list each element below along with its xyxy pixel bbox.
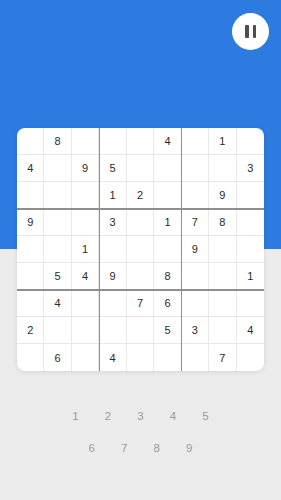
numpad-button-5[interactable]: 5 bbox=[195, 406, 216, 425]
pause-bar bbox=[253, 25, 257, 38]
sudoku-cell-r8c1[interactable]: 2 bbox=[17, 317, 44, 344]
sudoku-cell-r1c5[interactable] bbox=[127, 128, 154, 155]
sudoku-cell-r6c8[interactable] bbox=[209, 263, 236, 290]
sudoku-cell-r7c8[interactable] bbox=[209, 290, 236, 317]
sudoku-cell-r8c5[interactable] bbox=[127, 317, 154, 344]
sudoku-cell-r1c6[interactable]: 4 bbox=[154, 128, 181, 155]
sudoku-cell-r9c4[interactable]: 4 bbox=[99, 344, 126, 371]
sudoku-cell-r2c5[interactable] bbox=[127, 155, 154, 182]
sudoku-cell-r4c6[interactable]: 1 bbox=[154, 209, 181, 236]
sudoku-cell-r9c2[interactable]: 6 bbox=[44, 344, 71, 371]
sudoku-cell-r1c8[interactable]: 1 bbox=[209, 128, 236, 155]
sudoku-cell-r1c2[interactable]: 8 bbox=[44, 128, 71, 155]
sudoku-cell-r8c4[interactable] bbox=[99, 317, 126, 344]
sudoku-cell-r1c4[interactable] bbox=[99, 128, 126, 155]
sudoku-cell-r7c1[interactable] bbox=[17, 290, 44, 317]
number-pad-row-2: 6789 bbox=[0, 438, 281, 457]
numpad-button-1[interactable]: 1 bbox=[65, 406, 86, 425]
numpad-button-4[interactable]: 4 bbox=[163, 406, 184, 425]
sudoku-cell-r3c8[interactable]: 9 bbox=[209, 182, 236, 209]
sudoku-cell-r5c6[interactable] bbox=[154, 236, 181, 263]
sudoku-cell-r7c2[interactable]: 4 bbox=[44, 290, 71, 317]
sudoku-cell-r7c6[interactable]: 6 bbox=[154, 290, 181, 317]
numpad-button-3[interactable]: 3 bbox=[130, 406, 151, 425]
sudoku-cell-r2c8[interactable] bbox=[209, 155, 236, 182]
sudoku-cell-r1c1[interactable] bbox=[17, 128, 44, 155]
sudoku-cell-r4c4[interactable]: 3 bbox=[99, 209, 126, 236]
number-pad: 12345 6789 bbox=[0, 406, 281, 457]
pause-icon bbox=[245, 25, 256, 38]
app-screen: 84149531299317819549814762534647 12345 6… bbox=[0, 0, 281, 500]
sudoku-cell-r5c9[interactable] bbox=[237, 236, 264, 263]
sudoku-cell-r7c5[interactable]: 7 bbox=[127, 290, 154, 317]
sudoku-cell-r4c8[interactable]: 8 bbox=[209, 209, 236, 236]
sudoku-cell-r6c6[interactable]: 8 bbox=[154, 263, 181, 290]
sudoku-cell-r8c6[interactable]: 5 bbox=[154, 317, 181, 344]
sudoku-cell-r9c1[interactable] bbox=[17, 344, 44, 371]
sudoku-cell-r5c4[interactable] bbox=[99, 236, 126, 263]
sudoku-cell-r2c2[interactable] bbox=[44, 155, 71, 182]
sudoku-cell-r3c1[interactable] bbox=[17, 182, 44, 209]
sudoku-cell-r4c5[interactable] bbox=[127, 209, 154, 236]
numpad-button-7[interactable]: 7 bbox=[114, 438, 135, 457]
sudoku-cell-r5c1[interactable] bbox=[17, 236, 44, 263]
sudoku-cell-r8c7[interactable]: 3 bbox=[182, 317, 209, 344]
sudoku-cell-r3c9[interactable] bbox=[237, 182, 264, 209]
numpad-button-9[interactable]: 9 bbox=[179, 438, 200, 457]
sudoku-cell-r2c9[interactable]: 3 bbox=[237, 155, 264, 182]
sudoku-grid: 84149531299317819549814762534647 bbox=[17, 128, 264, 371]
sudoku-cell-r6c5[interactable] bbox=[127, 263, 154, 290]
sudoku-cell-r3c3[interactable] bbox=[72, 182, 99, 209]
numpad-button-6[interactable]: 6 bbox=[81, 438, 102, 457]
sudoku-cell-r3c2[interactable] bbox=[44, 182, 71, 209]
sudoku-cell-r9c9[interactable] bbox=[237, 344, 264, 371]
sudoku-cell-r1c9[interactable] bbox=[237, 128, 264, 155]
sudoku-cell-r8c3[interactable] bbox=[72, 317, 99, 344]
sudoku-cell-r9c7[interactable] bbox=[182, 344, 209, 371]
sudoku-cell-r8c2[interactable] bbox=[44, 317, 71, 344]
sudoku-cell-r1c7[interactable] bbox=[182, 128, 209, 155]
sudoku-board: 84149531299317819549814762534647 bbox=[17, 128, 264, 371]
sudoku-cell-r7c7[interactable] bbox=[182, 290, 209, 317]
sudoku-cell-r5c3[interactable]: 1 bbox=[72, 236, 99, 263]
sudoku-cell-r6c7[interactable] bbox=[182, 263, 209, 290]
sudoku-cell-r3c4[interactable]: 1 bbox=[99, 182, 126, 209]
sudoku-cell-r6c4[interactable]: 9 bbox=[99, 263, 126, 290]
sudoku-cell-r4c2[interactable] bbox=[44, 209, 71, 236]
sudoku-cell-r9c5[interactable] bbox=[127, 344, 154, 371]
sudoku-cell-r9c3[interactable] bbox=[72, 344, 99, 371]
sudoku-cell-r6c2[interactable]: 5 bbox=[44, 263, 71, 290]
sudoku-cell-r3c5[interactable]: 2 bbox=[127, 182, 154, 209]
sudoku-cell-r7c3[interactable] bbox=[72, 290, 99, 317]
sudoku-cell-r3c7[interactable] bbox=[182, 182, 209, 209]
sudoku-cell-r5c5[interactable] bbox=[127, 236, 154, 263]
sudoku-cell-r1c3[interactable] bbox=[72, 128, 99, 155]
sudoku-cell-r2c7[interactable] bbox=[182, 155, 209, 182]
sudoku-cell-r3c6[interactable] bbox=[154, 182, 181, 209]
sudoku-cell-r9c8[interactable]: 7 bbox=[209, 344, 236, 371]
pause-bar bbox=[245, 25, 249, 38]
sudoku-cell-r5c2[interactable] bbox=[44, 236, 71, 263]
sudoku-cell-r4c3[interactable] bbox=[72, 209, 99, 236]
sudoku-cell-r2c6[interactable] bbox=[154, 155, 181, 182]
sudoku-cell-r4c7[interactable]: 7 bbox=[182, 209, 209, 236]
sudoku-cell-r2c3[interactable]: 9 bbox=[72, 155, 99, 182]
sudoku-cell-r6c9[interactable]: 1 bbox=[237, 263, 264, 290]
pause-button[interactable] bbox=[232, 13, 269, 50]
sudoku-cell-r7c4[interactable] bbox=[99, 290, 126, 317]
numpad-button-2[interactable]: 2 bbox=[98, 406, 119, 425]
sudoku-cell-r4c1[interactable]: 9 bbox=[17, 209, 44, 236]
numpad-button-8[interactable]: 8 bbox=[146, 438, 167, 457]
sudoku-cell-r8c9[interactable]: 4 bbox=[237, 317, 264, 344]
sudoku-cell-r5c8[interactable] bbox=[209, 236, 236, 263]
sudoku-cell-r6c3[interactable]: 4 bbox=[72, 263, 99, 290]
sudoku-cell-r6c1[interactable] bbox=[17, 263, 44, 290]
sudoku-cell-r8c8[interactable] bbox=[209, 317, 236, 344]
sudoku-cell-r7c9[interactable] bbox=[237, 290, 264, 317]
number-pad-row-1: 12345 bbox=[0, 406, 281, 425]
sudoku-cell-r5c7[interactable]: 9 bbox=[182, 236, 209, 263]
sudoku-cell-r2c1[interactable]: 4 bbox=[17, 155, 44, 182]
sudoku-cell-r4c9[interactable] bbox=[237, 209, 264, 236]
sudoku-cell-r2c4[interactable]: 5 bbox=[99, 155, 126, 182]
sudoku-cell-r9c6[interactable] bbox=[154, 344, 181, 371]
